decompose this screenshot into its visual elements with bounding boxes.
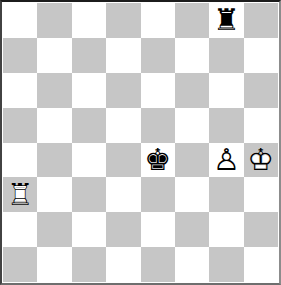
square-d6[interactable] [106, 73, 140, 108]
chess-board: ♜♚♟♙♚♔♜♖ [3, 3, 278, 282]
square-g6[interactable] [209, 73, 243, 108]
square-a1[interactable] [3, 247, 37, 282]
square-h1[interactable] [244, 247, 278, 282]
square-g1[interactable] [209, 247, 243, 282]
square-b1[interactable] [37, 247, 71, 282]
square-h7[interactable] [244, 38, 278, 73]
square-b2[interactable] [37, 212, 71, 247]
square-c6[interactable] [72, 73, 106, 108]
square-c5[interactable] [72, 108, 106, 143]
square-e5[interactable] [141, 108, 175, 143]
piece-white-pawn-fill: ♟ [209, 143, 243, 178]
square-c3[interactable] [72, 177, 106, 212]
square-e6[interactable] [141, 73, 175, 108]
square-b4[interactable] [37, 143, 71, 178]
square-a5[interactable] [3, 108, 37, 143]
square-h6[interactable] [244, 73, 278, 108]
square-f7[interactable] [175, 38, 209, 73]
piece-white-king: ♔ [244, 143, 278, 178]
square-f2[interactable] [175, 212, 209, 247]
square-b6[interactable] [37, 73, 71, 108]
square-d8[interactable] [106, 3, 140, 38]
square-g7[interactable] [209, 38, 243, 73]
square-a4[interactable] [3, 143, 37, 178]
square-f8[interactable] [175, 3, 209, 38]
square-h8[interactable] [244, 3, 278, 38]
square-e4[interactable]: ♚ [141, 143, 175, 178]
piece-white-rook-fill: ♜ [3, 177, 37, 212]
square-f1[interactable] [175, 247, 209, 282]
square-f3[interactable] [175, 177, 209, 212]
square-b5[interactable] [37, 108, 71, 143]
square-h3[interactable] [244, 177, 278, 212]
square-a6[interactable] [3, 73, 37, 108]
piece-white-pawn: ♙ [209, 143, 243, 178]
piece-black-rook: ♜ [209, 3, 243, 38]
square-h4[interactable]: ♚♔ [244, 143, 278, 178]
piece-black-king: ♚ [141, 143, 175, 178]
square-g8[interactable]: ♜ [209, 3, 243, 38]
square-f6[interactable] [175, 73, 209, 108]
square-e8[interactable] [141, 3, 175, 38]
square-d2[interactable] [106, 212, 140, 247]
square-f5[interactable] [175, 108, 209, 143]
square-a8[interactable] [3, 3, 37, 38]
square-a3[interactable]: ♜♖ [3, 177, 37, 212]
square-a2[interactable] [3, 212, 37, 247]
square-h5[interactable] [244, 108, 278, 143]
square-d4[interactable] [106, 143, 140, 178]
piece-white-king-fill: ♚ [244, 143, 278, 178]
square-c8[interactable] [72, 3, 106, 38]
square-c1[interactable] [72, 247, 106, 282]
square-f4[interactable] [175, 143, 209, 178]
square-e2[interactable] [141, 212, 175, 247]
square-d5[interactable] [106, 108, 140, 143]
square-b7[interactable] [37, 38, 71, 73]
square-c2[interactable] [72, 212, 106, 247]
square-d3[interactable] [106, 177, 140, 212]
chess-board-frame: ♜♚♟♙♚♔♜♖ [0, 0, 281, 285]
square-d1[interactable] [106, 247, 140, 282]
square-c7[interactable] [72, 38, 106, 73]
square-c4[interactable] [72, 143, 106, 178]
square-e3[interactable] [141, 177, 175, 212]
square-e7[interactable] [141, 38, 175, 73]
square-g5[interactable] [209, 108, 243, 143]
square-g2[interactable] [209, 212, 243, 247]
square-a7[interactable] [3, 38, 37, 73]
square-e1[interactable] [141, 247, 175, 282]
square-b3[interactable] [37, 177, 71, 212]
square-g3[interactable] [209, 177, 243, 212]
piece-white-rook: ♖ [3, 177, 37, 212]
square-d7[interactable] [106, 38, 140, 73]
square-h2[interactable] [244, 212, 278, 247]
square-g4[interactable]: ♟♙ [209, 143, 243, 178]
square-b8[interactable] [37, 3, 71, 38]
